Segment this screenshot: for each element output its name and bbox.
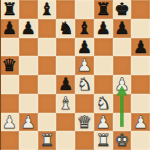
- square-h3[interactable]: [131, 94, 150, 113]
- square-b8[interactable]: [19, 0, 38, 19]
- white-pawn: ♟: [114, 75, 129, 94]
- square-g2[interactable]: [113, 113, 132, 132]
- white-pawn: ♟: [133, 113, 148, 132]
- square-f6[interactable]: [94, 38, 113, 57]
- square-b7[interactable]: ♟: [19, 19, 38, 38]
- square-g7[interactable]: ♟: [113, 19, 132, 38]
- square-d2[interactable]: [56, 113, 75, 132]
- square-c6[interactable]: [38, 38, 57, 57]
- square-c4[interactable]: [38, 75, 57, 94]
- square-c5[interactable]: [38, 56, 57, 75]
- white-knight: ♞: [96, 94, 111, 113]
- white-queen: ♛: [77, 113, 92, 132]
- square-c2[interactable]: [38, 113, 57, 132]
- square-a1[interactable]: [0, 131, 19, 150]
- black-knight: ♞: [58, 19, 73, 38]
- white-pawn: ♟: [96, 113, 111, 132]
- square-b2[interactable]: ♟: [19, 113, 38, 132]
- square-e3[interactable]: [75, 94, 94, 113]
- square-b5[interactable]: [19, 56, 38, 75]
- square-d7[interactable]: ♞: [56, 19, 75, 38]
- white-pawn: ♟: [21, 113, 36, 132]
- square-h4[interactable]: [131, 75, 150, 94]
- square-h6[interactable]: ♟: [131, 38, 150, 57]
- black-king: ♚: [114, 0, 129, 19]
- chess-board: ♜♝♜♚♟♟♞♝♟♟♟♟♛♟♟♞♟♝♞♟♟♛♟♟♜♜♚: [0, 0, 150, 150]
- square-c1[interactable]: ♜: [38, 131, 57, 150]
- black-pawn: ♟: [2, 19, 17, 38]
- square-d3[interactable]: ♝: [56, 94, 75, 113]
- square-g8[interactable]: ♚: [113, 0, 132, 19]
- black-queen: ♛: [2, 56, 17, 75]
- square-e2[interactable]: ♛: [75, 113, 94, 132]
- white-rook: ♜: [39, 131, 54, 150]
- black-bishop: ♝: [77, 19, 92, 38]
- black-pawn: ♟: [21, 19, 36, 38]
- square-e7[interactable]: ♝: [75, 19, 94, 38]
- square-d6[interactable]: [56, 38, 75, 57]
- square-e4[interactable]: ♞: [75, 75, 94, 94]
- square-f8[interactable]: ♜: [94, 0, 113, 19]
- square-a4[interactable]: [0, 75, 19, 94]
- square-h8[interactable]: [131, 0, 150, 19]
- square-a8[interactable]: ♜: [0, 0, 19, 19]
- square-c3[interactable]: [38, 94, 57, 113]
- square-a7[interactable]: ♟: [0, 19, 19, 38]
- square-a2[interactable]: ♟: [0, 113, 19, 132]
- square-a3[interactable]: [0, 94, 19, 113]
- square-f5[interactable]: [94, 56, 113, 75]
- square-g3[interactable]: [113, 94, 132, 113]
- white-pawn: ♟: [2, 113, 17, 132]
- square-g1[interactable]: ♚: [113, 131, 132, 150]
- square-c7[interactable]: [38, 19, 57, 38]
- square-a6[interactable]: [0, 38, 19, 57]
- square-e5[interactable]: ♟: [75, 56, 94, 75]
- black-bishop: ♝: [39, 0, 54, 19]
- square-e1[interactable]: [75, 131, 94, 150]
- square-g4[interactable]: ♟: [113, 75, 132, 94]
- square-e6[interactable]: ♟: [75, 38, 94, 57]
- square-h7[interactable]: [131, 19, 150, 38]
- square-h2[interactable]: ♟: [131, 113, 150, 132]
- square-d4[interactable]: ♟: [56, 75, 75, 94]
- white-bishop: ♝: [58, 94, 73, 113]
- square-b1[interactable]: [19, 131, 38, 150]
- square-g6[interactable]: [113, 38, 132, 57]
- white-pawn: ♟: [77, 56, 92, 75]
- square-b4[interactable]: [19, 75, 38, 94]
- white-king: ♚: [114, 131, 129, 150]
- black-rook: ♜: [2, 0, 17, 19]
- white-rook: ♜: [96, 131, 111, 150]
- black-pawn: ♟: [133, 38, 148, 57]
- square-d8[interactable]: [56, 0, 75, 19]
- black-pawn: ♟: [96, 19, 111, 38]
- square-h5[interactable]: [131, 56, 150, 75]
- square-c8[interactable]: ♝: [38, 0, 57, 19]
- square-f4[interactable]: [94, 75, 113, 94]
- square-e8[interactable]: [75, 0, 94, 19]
- square-d5[interactable]: [56, 56, 75, 75]
- square-b6[interactable]: [19, 38, 38, 57]
- square-f3[interactable]: ♞: [94, 94, 113, 113]
- black-rook: ♜: [96, 0, 111, 19]
- white-knight: ♞: [77, 75, 92, 94]
- black-pawn: ♟: [114, 19, 129, 38]
- black-pawn: ♟: [58, 75, 73, 94]
- chessboard-screenshot: ♜♝♜♚♟♟♞♝♟♟♟♟♛♟♟♞♟♝♞♟♟♛♟♟♜♜♚: [0, 0, 150, 150]
- square-h1[interactable]: [131, 131, 150, 150]
- square-f2[interactable]: ♟: [94, 113, 113, 132]
- square-d1[interactable]: [56, 131, 75, 150]
- square-f1[interactable]: ♜: [94, 131, 113, 150]
- square-a5[interactable]: ♛: [0, 56, 19, 75]
- square-g5[interactable]: [113, 56, 132, 75]
- square-f7[interactable]: ♟: [94, 19, 113, 38]
- black-pawn: ♟: [77, 38, 92, 57]
- square-b3[interactable]: [19, 94, 38, 113]
